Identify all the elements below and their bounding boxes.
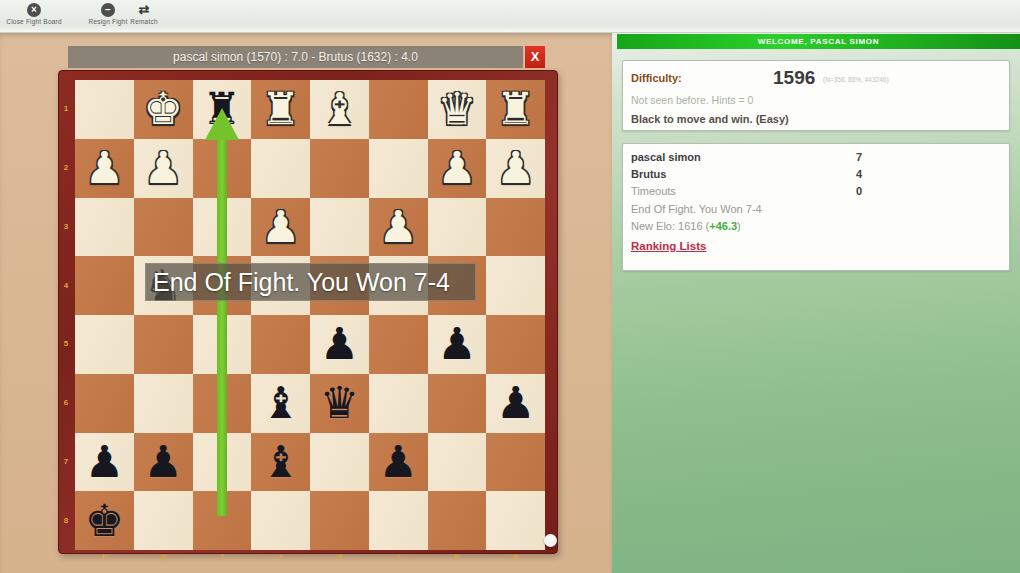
square-h6[interactable] — [75, 374, 134, 433]
square-h2[interactable]: ♟ — [75, 139, 134, 198]
square-h3[interactable] — [75, 198, 134, 257]
square-g1[interactable]: ♚ — [134, 80, 193, 139]
close-fight-board-button[interactable]: × Close Fight Board — [6, 3, 62, 25]
black-pawn-b5[interactable]: ♟ — [428, 315, 487, 374]
white-queen-b1[interactable]: ♛ — [428, 80, 487, 139]
square-e8[interactable] — [251, 491, 310, 550]
square-c1[interactable] — [369, 80, 428, 139]
square-g3[interactable] — [134, 198, 193, 257]
square-c6[interactable] — [369, 374, 428, 433]
black-pawn-g7[interactable]: ♟ — [134, 433, 193, 492]
app-window: × Close Fight Board − Resign Fight ⇄ Rem… — [0, 0, 1020, 573]
square-c5[interactable] — [369, 315, 428, 374]
square-b5[interactable]: ♟ — [428, 315, 487, 374]
file-label-c: c — [388, 552, 408, 561]
square-c8[interactable] — [369, 491, 428, 550]
black-pawn-a6[interactable]: ♟ — [486, 374, 545, 433]
file-label-g: g — [153, 552, 173, 561]
white-pawn-a2[interactable]: ♟ — [486, 139, 545, 198]
square-e5[interactable] — [251, 315, 310, 374]
square-e1[interactable]: ♜ — [251, 80, 310, 139]
white-king-g1[interactable]: ♚ — [134, 80, 193, 139]
square-b1[interactable]: ♛ — [428, 80, 487, 139]
move-arrow-shaft — [217, 138, 227, 516]
square-b8[interactable] — [428, 491, 487, 550]
white-pawn-e3[interactable]: ♟ — [251, 198, 310, 257]
white-pawn-c3[interactable]: ♟ — [369, 198, 428, 257]
rematch-button[interactable]: ⇄ Rematch — [126, 3, 162, 25]
score-row-label: Brutus — [631, 168, 666, 180]
black-queen-d6[interactable]: ♛ — [310, 374, 369, 433]
square-g5[interactable] — [134, 315, 193, 374]
white-rook-e1[interactable]: ♜ — [251, 80, 310, 139]
close-circle-icon: × — [27, 3, 41, 17]
square-h7[interactable]: ♟ — [75, 433, 134, 492]
square-h4[interactable] — [75, 256, 134, 315]
black-bishop-e6[interactable]: ♝ — [251, 374, 310, 433]
file-label-d: d — [329, 552, 349, 561]
rank-label-2: 2 — [59, 163, 73, 172]
rank-label-4: 4 — [59, 281, 73, 290]
square-h5[interactable] — [75, 315, 134, 374]
rank-label-8: 8 — [59, 516, 73, 525]
black-pawn-c7[interactable]: ♟ — [369, 433, 428, 492]
difficulty-card: Difficulty: 1596 (N=358, 86%, #43246) No… — [622, 60, 1010, 131]
square-h8[interactable]: ♚ — [75, 491, 134, 550]
score-row-label: Timeouts — [631, 185, 676, 197]
rematch-label: Rematch — [126, 18, 162, 25]
rank-label-6: 6 — [59, 398, 73, 407]
score-card: pascal simon7Brutus4Timeouts0 End Of Fig… — [622, 143, 1010, 271]
square-b6[interactable] — [428, 374, 487, 433]
ranking-lists-link[interactable]: Ranking Lists — [631, 240, 706, 252]
black-bishop-e7[interactable]: ♝ — [251, 433, 310, 492]
square-a2[interactable]: ♟ — [486, 139, 545, 198]
seen-hints-text: Not seen before. Hints = 0 — [631, 94, 753, 106]
result-overlay: End Of Fight. You Won 7-4 — [145, 263, 476, 301]
square-b3[interactable] — [428, 198, 487, 257]
score-row-value: 7 — [856, 151, 862, 163]
welcome-header: WELCOME, PASCAL SIMON — [617, 34, 1020, 49]
file-label-e: e — [271, 552, 291, 561]
square-b7[interactable] — [428, 433, 487, 492]
white-pawn-g2[interactable]: ♟ — [134, 139, 193, 198]
score-row-timeouts: Timeouts0 — [631, 185, 1003, 201]
square-d7[interactable] — [310, 433, 369, 492]
result-row: End Of Fight. You Won 7-4 — [631, 203, 1003, 219]
square-d3[interactable] — [310, 198, 369, 257]
square-a3[interactable] — [486, 198, 545, 257]
rematch-arrows-icon: ⇄ — [137, 3, 151, 17]
score-row-value: 4 — [856, 168, 862, 180]
square-e6[interactable]: ♝ — [251, 374, 310, 433]
fight-title-bar: pascal simon (1570) : 7.0 - Brutus (1632… — [68, 46, 523, 68]
elo-suffix: ) — [737, 220, 741, 232]
difficulty-meta: (N=358, 86%, #43246) — [823, 76, 889, 83]
square-a6[interactable]: ♟ — [486, 374, 545, 433]
fight-close-button[interactable]: X — [525, 46, 545, 68]
square-c7[interactable]: ♟ — [369, 433, 428, 492]
square-g6[interactable] — [134, 374, 193, 433]
score-row-label: pascal simon — [631, 151, 701, 163]
file-label-f: f — [212, 552, 232, 561]
square-e2[interactable] — [251, 139, 310, 198]
task-text: Black to move and win. (Easy) — [631, 113, 789, 125]
resign-fight-button[interactable]: − Resign Fight — [84, 3, 132, 25]
white-pawn-b2[interactable]: ♟ — [428, 139, 487, 198]
black-pawn-h7[interactable]: ♟ — [75, 433, 134, 492]
square-d6[interactable]: ♛ — [310, 374, 369, 433]
score-row-brutus: Brutus4 — [631, 168, 1003, 184]
square-c3[interactable]: ♟ — [369, 198, 428, 257]
file-label-a: a — [506, 552, 526, 561]
square-a8[interactable] — [486, 491, 545, 550]
score-row-pascal-simon: pascal simon7 — [631, 151, 1003, 167]
square-c2[interactable] — [369, 139, 428, 198]
resign-circle-icon: − — [101, 3, 115, 17]
difficulty-value: 1596 — [773, 67, 815, 89]
score-row-value: 0 — [856, 185, 862, 197]
rank-label-3: 3 — [59, 222, 73, 231]
close-fight-board-label: Close Fight Board — [6, 18, 62, 25]
black-pawn-d5[interactable]: ♟ — [310, 315, 369, 374]
file-label-h: h — [94, 552, 114, 561]
square-g7[interactable]: ♟ — [134, 433, 193, 492]
square-d1[interactable]: ♝ — [310, 80, 369, 139]
white-pawn-h2[interactable]: ♟ — [75, 139, 134, 198]
square-h1[interactable] — [75, 80, 134, 139]
elo-prefix: New Elo: 1616 ( — [631, 220, 709, 232]
square-b2[interactable]: ♟ — [428, 139, 487, 198]
chess-board: ♚♜♜♝♛♜♟♟♟♟♟♟♞♟♟♝♛♟♟♟♝♟♚ — [75, 80, 545, 550]
top-toolbar: × Close Fight Board − Resign Fight ⇄ Rem… — [0, 0, 1020, 33]
difficulty-label: Difficulty: — [631, 72, 682, 84]
black-king-h8[interactable]: ♚ — [75, 491, 134, 550]
info-panel: WELCOME, PASCAL SIMON Difficulty: 1596 (… — [612, 33, 1020, 573]
file-label-b: b — [447, 552, 467, 561]
square-d8[interactable] — [310, 491, 369, 550]
square-d2[interactable] — [310, 139, 369, 198]
board-corner-dot — [544, 534, 557, 547]
rank-label-7: 7 — [59, 457, 73, 466]
square-a5[interactable] — [486, 315, 545, 374]
result-text: End Of Fight. You Won 7-4 — [631, 203, 762, 215]
square-a7[interactable] — [486, 433, 545, 492]
rank-label-5: 5 — [59, 339, 73, 348]
move-arrow-head — [205, 108, 239, 140]
rank-label-1: 1 — [59, 104, 73, 113]
square-e7[interactable]: ♝ — [251, 433, 310, 492]
square-a4[interactable] — [486, 256, 545, 315]
square-g2[interactable]: ♟ — [134, 139, 193, 198]
new-elo-text: New Elo: 1616 (+46.3) — [631, 220, 741, 232]
white-rook-a1[interactable]: ♜ — [486, 80, 545, 139]
square-g8[interactable] — [134, 491, 193, 550]
difficulty-row: Difficulty: 1596 (N=358, 86%, #43246) — [631, 67, 1003, 89]
square-e3[interactable]: ♟ — [251, 198, 310, 257]
square-a1[interactable]: ♜ — [486, 80, 545, 139]
square-d5[interactable]: ♟ — [310, 315, 369, 374]
elo-delta: +46.3 — [709, 220, 737, 232]
resign-fight-label: Resign Fight — [84, 18, 132, 25]
white-bishop-d1[interactable]: ♝ — [310, 80, 369, 139]
